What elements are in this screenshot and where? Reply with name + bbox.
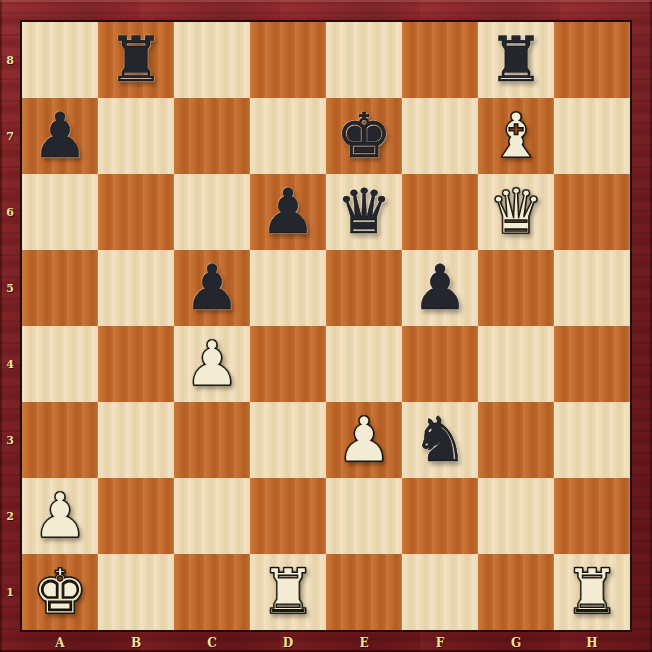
piece-white-queen[interactable]: ♛ [478, 174, 554, 250]
rank-label-5: 5 [0, 250, 20, 326]
square-f3[interactable]: ♞ [402, 402, 478, 478]
file-label-c: C [174, 634, 250, 652]
chess-board: ♜♜♟♚♝♟♛♛♟♟♟♟♞♟♚♜♜ [22, 22, 630, 630]
square-h1[interactable]: ♜ [554, 554, 630, 630]
square-d8[interactable] [250, 22, 326, 98]
file-label-f: F [402, 634, 478, 652]
square-a1[interactable]: ♚ [22, 554, 98, 630]
file-label-e: E [326, 634, 402, 652]
rank-label-8: 8 [0, 22, 20, 98]
piece-black-king[interactable]: ♚ [326, 98, 402, 174]
square-e8[interactable] [326, 22, 402, 98]
square-g4[interactable] [478, 326, 554, 402]
rank-label-7: 7 [0, 98, 20, 174]
square-e6[interactable]: ♛ [326, 174, 402, 250]
piece-white-bishop[interactable]: ♝ [478, 98, 554, 174]
square-h8[interactable] [554, 22, 630, 98]
rank-label-3: 3 [0, 402, 20, 478]
square-d4[interactable] [250, 326, 326, 402]
piece-black-queen[interactable]: ♛ [326, 174, 402, 250]
square-a7[interactable]: ♟ [22, 98, 98, 174]
piece-white-rook[interactable]: ♜ [554, 554, 630, 630]
square-f1[interactable] [402, 554, 478, 630]
square-b7[interactable] [98, 98, 174, 174]
piece-white-pawn[interactable]: ♟ [22, 478, 98, 554]
square-h5[interactable] [554, 250, 630, 326]
square-a6[interactable] [22, 174, 98, 250]
square-d7[interactable] [250, 98, 326, 174]
file-label-d: D [250, 634, 326, 652]
square-g2[interactable] [478, 478, 554, 554]
square-f5[interactable]: ♟ [402, 250, 478, 326]
piece-black-knight[interactable]: ♞ [402, 402, 478, 478]
piece-white-pawn[interactable]: ♟ [326, 402, 402, 478]
square-e3[interactable]: ♟ [326, 402, 402, 478]
square-c2[interactable] [174, 478, 250, 554]
rank-label-4: 4 [0, 326, 20, 402]
piece-white-pawn[interactable]: ♟ [174, 326, 250, 402]
chess-diagram: ♜♜♟♚♝♟♛♛♟♟♟♟♞♟♚♜♜ 87654321 ABCDEFGH [0, 0, 652, 652]
square-d6[interactable]: ♟ [250, 174, 326, 250]
square-b5[interactable] [98, 250, 174, 326]
rank-label-6: 6 [0, 174, 20, 250]
square-b8[interactable]: ♜ [98, 22, 174, 98]
square-e1[interactable] [326, 554, 402, 630]
square-b2[interactable] [98, 478, 174, 554]
square-g8[interactable]: ♜ [478, 22, 554, 98]
rank-label-1: 1 [0, 554, 20, 630]
piece-black-rook[interactable]: ♜ [478, 22, 554, 98]
square-a5[interactable] [22, 250, 98, 326]
file-label-g: G [478, 634, 554, 652]
square-e2[interactable] [326, 478, 402, 554]
square-g3[interactable] [478, 402, 554, 478]
square-b4[interactable] [98, 326, 174, 402]
piece-black-pawn[interactable]: ♟ [402, 250, 478, 326]
file-label-b: B [98, 634, 174, 652]
square-d2[interactable] [250, 478, 326, 554]
square-c4[interactable]: ♟ [174, 326, 250, 402]
square-e4[interactable] [326, 326, 402, 402]
square-d1[interactable]: ♜ [250, 554, 326, 630]
square-f6[interactable] [402, 174, 478, 250]
square-d5[interactable] [250, 250, 326, 326]
square-g7[interactable]: ♝ [478, 98, 554, 174]
piece-black-rook[interactable]: ♜ [98, 22, 174, 98]
square-b3[interactable] [98, 402, 174, 478]
piece-white-rook[interactable]: ♜ [250, 554, 326, 630]
square-g5[interactable] [478, 250, 554, 326]
square-c3[interactable] [174, 402, 250, 478]
square-b1[interactable] [98, 554, 174, 630]
square-a4[interactable] [22, 326, 98, 402]
square-h4[interactable] [554, 326, 630, 402]
square-e5[interactable] [326, 250, 402, 326]
square-a8[interactable] [22, 22, 98, 98]
square-c6[interactable] [174, 174, 250, 250]
board-border: ♜♜♟♚♝♟♛♛♟♟♟♟♞♟♚♜♜ [20, 20, 632, 632]
square-h7[interactable] [554, 98, 630, 174]
piece-black-pawn[interactable]: ♟ [22, 98, 98, 174]
square-b6[interactable] [98, 174, 174, 250]
file-label-h: H [554, 634, 630, 652]
square-f2[interactable] [402, 478, 478, 554]
piece-black-pawn[interactable]: ♟ [250, 174, 326, 250]
square-g1[interactable] [478, 554, 554, 630]
square-c8[interactable] [174, 22, 250, 98]
square-c5[interactable]: ♟ [174, 250, 250, 326]
square-g6[interactable]: ♛ [478, 174, 554, 250]
square-a3[interactable] [22, 402, 98, 478]
square-f4[interactable] [402, 326, 478, 402]
square-f8[interactable] [402, 22, 478, 98]
square-e7[interactable]: ♚ [326, 98, 402, 174]
square-a2[interactable]: ♟ [22, 478, 98, 554]
square-d3[interactable] [250, 402, 326, 478]
square-c7[interactable] [174, 98, 250, 174]
square-h2[interactable] [554, 478, 630, 554]
square-c1[interactable] [174, 554, 250, 630]
square-h3[interactable] [554, 402, 630, 478]
square-f7[interactable] [402, 98, 478, 174]
piece-black-pawn[interactable]: ♟ [174, 250, 250, 326]
piece-white-king[interactable]: ♚ [22, 554, 98, 630]
file-label-a: A [22, 634, 98, 652]
square-h6[interactable] [554, 174, 630, 250]
rank-label-2: 2 [0, 478, 20, 554]
